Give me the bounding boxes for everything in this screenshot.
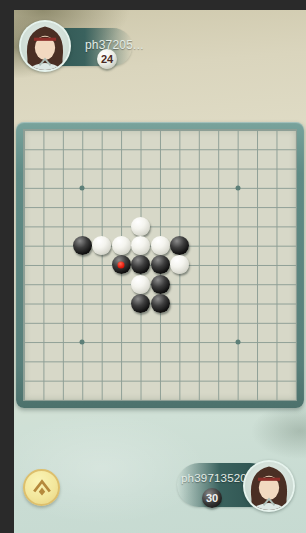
white-stone-h9 bbox=[151, 236, 170, 255]
white-stone-g9 bbox=[131, 236, 150, 255]
mountain-chevron-icon bbox=[31, 477, 53, 499]
player-top-avatar[interactable] bbox=[19, 20, 71, 72]
black-stone-i9 bbox=[170, 236, 189, 255]
avatar-portrait-art bbox=[21, 22, 69, 70]
white-stone-g7 bbox=[131, 275, 150, 294]
player-bottom-badge-black-stone: 30 bbox=[202, 488, 222, 508]
black-stone-g6 bbox=[131, 294, 150, 313]
gomoku-board[interactable] bbox=[23, 129, 297, 401]
player-bottom-avatar[interactable] bbox=[243, 460, 295, 512]
white-stone-i8 bbox=[170, 255, 189, 274]
last-move-marker bbox=[118, 261, 125, 268]
game-screen: ph37205... 24 bbox=[14, 10, 306, 533]
black-stone-h8 bbox=[151, 255, 170, 274]
white-stone-e9 bbox=[92, 236, 111, 255]
black-stone-f8 bbox=[112, 255, 131, 274]
player-top-badge-white-stone: 24 bbox=[97, 49, 117, 69]
gomoku-board-frame bbox=[16, 122, 304, 408]
black-stone-h6 bbox=[151, 294, 170, 313]
white-stone-g10 bbox=[131, 217, 150, 236]
stones-layer bbox=[14, 120, 305, 409]
avatar-portrait-art bbox=[245, 462, 293, 510]
black-stone-h7 bbox=[151, 275, 170, 294]
black-stone-d9 bbox=[73, 236, 92, 255]
player-top-name: ph37205... bbox=[85, 38, 144, 52]
white-stone-f9 bbox=[112, 236, 131, 255]
black-stone-g8 bbox=[131, 255, 150, 274]
home-button[interactable] bbox=[23, 469, 60, 506]
